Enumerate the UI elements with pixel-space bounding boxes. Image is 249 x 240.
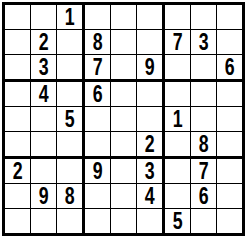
sudoku-cell: 2 xyxy=(31,30,57,55)
sudoku-cell[interactable] xyxy=(5,132,31,159)
sudoku-cell[interactable] xyxy=(217,159,242,184)
sudoku-cell: 6 xyxy=(85,82,111,107)
sudoku-cell[interactable] xyxy=(191,209,217,233)
sudoku-cell[interactable] xyxy=(217,132,242,159)
sudoku-cell[interactable] xyxy=(165,82,191,107)
sudoku-cell[interactable] xyxy=(57,30,85,55)
sudoku-cell: 8 xyxy=(57,184,85,209)
given-digit: 3 xyxy=(199,30,209,54)
sudoku-cell: 3 xyxy=(137,159,165,184)
sudoku-cell: 8 xyxy=(191,132,217,159)
given-digit: 6 xyxy=(225,55,235,79)
sudoku-cell[interactable] xyxy=(165,159,191,184)
sudoku-cell: 1 xyxy=(57,5,85,30)
sudoku-cell[interactable] xyxy=(111,5,137,30)
sudoku-cell: 2 xyxy=(137,132,165,159)
sudoku-cell[interactable] xyxy=(111,159,137,184)
sudoku-cell[interactable] xyxy=(111,55,137,82)
sudoku-cell: 4 xyxy=(31,82,57,107)
sudoku-cell[interactable] xyxy=(111,209,137,233)
sudoku-cell[interactable] xyxy=(31,5,57,30)
sudoku-cell[interactable] xyxy=(217,184,242,209)
given-digit: 1 xyxy=(65,5,75,29)
sudoku-cell[interactable] xyxy=(191,82,217,107)
sudoku-cell[interactable] xyxy=(31,107,57,132)
sudoku-cell[interactable] xyxy=(5,5,31,30)
sudoku-cell[interactable] xyxy=(31,209,57,233)
sudoku-cell[interactable] xyxy=(217,82,242,107)
sudoku-cell[interactable] xyxy=(57,82,85,107)
sudoku-cell[interactable] xyxy=(217,209,242,233)
sudoku-cell[interactable] xyxy=(5,82,31,107)
sudoku-cell: 7 xyxy=(85,55,111,82)
sudoku-cell[interactable] xyxy=(57,132,85,159)
given-digit: 5 xyxy=(65,107,75,131)
given-digit: 7 xyxy=(93,55,103,79)
sudoku-cell[interactable] xyxy=(85,132,111,159)
sudoku-cell[interactable] xyxy=(5,55,31,82)
given-digit: 9 xyxy=(145,55,155,79)
sudoku-cell: 7 xyxy=(165,30,191,55)
given-digit: 5 xyxy=(173,209,183,233)
given-digit: 2 xyxy=(13,159,23,183)
given-digit: 1 xyxy=(173,107,183,131)
sudoku-cell: 6 xyxy=(191,184,217,209)
sudoku-cell: 8 xyxy=(85,30,111,55)
given-digit: 2 xyxy=(39,30,49,54)
sudoku-cell[interactable] xyxy=(57,55,85,82)
sudoku-cell: 5 xyxy=(165,209,191,233)
sudoku-cell[interactable] xyxy=(165,5,191,30)
sudoku-cell[interactable] xyxy=(85,209,111,233)
sudoku-cell: 9 xyxy=(31,184,57,209)
sudoku-cell[interactable] xyxy=(137,82,165,107)
given-digit: 7 xyxy=(199,159,209,183)
given-digit: 2 xyxy=(145,132,155,156)
sudoku-cell[interactable] xyxy=(217,30,242,55)
given-digit: 6 xyxy=(93,82,103,106)
sudoku-cell[interactable] xyxy=(217,107,242,132)
sudoku-cell[interactable] xyxy=(5,209,31,233)
sudoku-cell[interactable] xyxy=(137,107,165,132)
sudoku-cell: 2 xyxy=(5,159,31,184)
sudoku-cell: 3 xyxy=(31,55,57,82)
sudoku-cell[interactable] xyxy=(137,5,165,30)
sudoku-cell[interactable] xyxy=(85,5,111,30)
sudoku-cell[interactable] xyxy=(57,209,85,233)
sudoku-cell[interactable] xyxy=(191,55,217,82)
sudoku-cell[interactable] xyxy=(191,107,217,132)
sudoku-cell: 9 xyxy=(85,159,111,184)
sudoku-cell[interactable] xyxy=(5,184,31,209)
sudoku-cell[interactable] xyxy=(31,132,57,159)
sudoku-cell[interactable] xyxy=(5,107,31,132)
given-digit: 4 xyxy=(145,184,155,208)
sudoku-cell[interactable] xyxy=(31,159,57,184)
sudoku-cell[interactable] xyxy=(111,132,137,159)
given-digit: 8 xyxy=(199,132,209,156)
sudoku-cell[interactable] xyxy=(111,82,137,107)
sudoku-cell: 1 xyxy=(165,107,191,132)
given-digit: 8 xyxy=(93,30,103,54)
sudoku-cell: 9 xyxy=(137,55,165,82)
given-digit: 4 xyxy=(39,82,49,106)
given-digit: 7 xyxy=(173,30,183,54)
given-digit: 9 xyxy=(39,184,49,208)
sudoku-cell[interactable] xyxy=(111,184,137,209)
sudoku-cell: 5 xyxy=(57,107,85,132)
sudoku-cell[interactable] xyxy=(85,107,111,132)
sudoku-cell[interactable] xyxy=(191,5,217,30)
given-digit: 3 xyxy=(39,55,49,79)
sudoku-cell[interactable] xyxy=(57,159,85,184)
sudoku-cell: 3 xyxy=(191,30,217,55)
sudoku-cell[interactable] xyxy=(5,30,31,55)
sudoku-cell[interactable] xyxy=(165,55,191,82)
sudoku-cell[interactable] xyxy=(137,209,165,233)
sudoku-cell[interactable] xyxy=(111,107,137,132)
sudoku-cell[interactable] xyxy=(137,30,165,55)
sudoku-cell[interactable] xyxy=(217,5,242,30)
given-digit: 8 xyxy=(65,184,75,208)
sudoku-cell[interactable] xyxy=(165,184,191,209)
given-digit: 6 xyxy=(199,184,209,208)
given-digit: 3 xyxy=(145,159,155,183)
sudoku-cell: 6 xyxy=(217,55,242,82)
sudoku-cell: 4 xyxy=(137,184,165,209)
sudoku-cell[interactable] xyxy=(165,132,191,159)
sudoku-cell: 7 xyxy=(191,159,217,184)
sudoku-cell[interactable] xyxy=(111,30,137,55)
sudoku-board: 128733796465128293798465 xyxy=(2,2,245,236)
sudoku-cell[interactable] xyxy=(85,184,111,209)
given-digit: 9 xyxy=(93,159,103,183)
